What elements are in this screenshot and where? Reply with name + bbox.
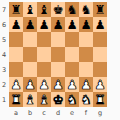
square-e6[interactable]: ♟ [65,17,79,32]
square-b5[interactable] [23,32,37,47]
square-g3[interactable] [93,62,107,77]
piece-white-pawn-d2[interactable]: ♟ [52,77,63,92]
piece-white-rook-g1[interactable]: ♜ [94,92,105,107]
file-label-g: g [93,107,107,118]
piece-black-pawn-g6[interactable]: ♟ [94,17,105,32]
square-c5[interactable] [37,32,51,47]
piece-white-pawn-e2[interactable]: ♟ [66,77,77,92]
square-e5[interactable] [65,32,79,47]
square-f6[interactable]: ♟ [79,17,93,32]
file-label-b: b [23,107,37,118]
square-d7[interactable]: ♚ [51,2,65,17]
square-d6[interactable]: ♟ [51,17,65,32]
piece-white-pawn-c2[interactable]: ♟ [38,77,49,92]
square-g6[interactable]: ♟ [93,17,107,32]
square-d1[interactable]: ♚ [51,92,65,107]
piece-black-pawn-c6[interactable]: ♟ [38,17,49,32]
square-f1[interactable]: ♞ [79,92,93,107]
square-b2[interactable]: ♟ [23,77,37,92]
square-e2[interactable]: ♟ [65,77,79,92]
square-e1[interactable]: ♞ [65,92,79,107]
square-a1[interactable]: ♜ [9,92,23,107]
piece-white-pawn-f2[interactable]: ♟ [80,77,91,92]
piece-white-rook-a1[interactable]: ♜ [10,92,21,107]
rank-label-3: 3 [0,62,8,77]
square-a5[interactable] [9,32,23,47]
square-d4[interactable] [51,47,65,62]
piece-white-pawn-b2[interactable]: ♟ [24,77,35,92]
rank-label-2: 2 [0,77,8,92]
square-d5[interactable] [51,32,65,47]
file-label-c: c [37,107,51,118]
square-c1[interactable]: ♝ [37,92,51,107]
piece-white-king-d1[interactable]: ♚ [52,92,63,107]
square-a3[interactable] [9,62,23,77]
square-g7[interactable]: ♜ [93,2,107,17]
file-labels: abcdefg [9,107,107,118]
piece-white-pawn-g2[interactable]: ♟ [94,77,105,92]
square-d3[interactable] [51,62,65,77]
square-f7[interactable]: ♞ [79,2,93,17]
piece-black-pawn-a6[interactable]: ♟ [10,17,21,32]
piece-black-king-d7[interactable]: ♚ [52,2,63,17]
file-label-a: a [9,107,23,118]
square-d2[interactable]: ♟ [51,77,65,92]
square-e4[interactable] [65,47,79,62]
square-c2[interactable]: ♟ [37,77,51,92]
rank-label-1: 1 [0,92,8,107]
square-c6[interactable]: ♟ [37,17,51,32]
piece-black-bishop-b7[interactable]: ♝ [24,2,35,17]
square-a4[interactable] [9,47,23,62]
square-c7[interactable]: ♝ [37,2,51,17]
square-b3[interactable] [23,62,37,77]
square-c4[interactable] [37,47,51,62]
square-a6[interactable]: ♟ [9,17,23,32]
square-g5[interactable] [93,32,107,47]
square-b7[interactable]: ♝ [23,2,37,17]
file-label-f: f [79,107,93,118]
square-g4[interactable] [93,47,107,62]
piece-black-pawn-d6[interactable]: ♟ [52,17,63,32]
rank-label-5: 5 [0,32,8,47]
file-label-e: e [65,107,79,118]
square-f5[interactable] [79,32,93,47]
square-e7[interactable]: ♞ [65,2,79,17]
square-b6[interactable]: ♟ [23,17,37,32]
square-b1[interactable]: ♝ [23,92,37,107]
square-e3[interactable] [65,62,79,77]
file-label-d: d [51,107,65,118]
rank-labels: 7654321 [0,2,8,107]
square-g1[interactable]: ♜ [93,92,107,107]
piece-black-pawn-b6[interactable]: ♟ [24,17,35,32]
piece-white-knight-e1[interactable]: ♞ [66,92,77,107]
piece-black-rook-g7[interactable]: ♜ [94,2,105,17]
chess-diagram: 7654321 ♜♝♝♚♞♞♜♟♟♟♟♟♟♟♟♟♟♟♟♟♟♜♝♝♚♞♞♜ abc… [0,0,120,120]
square-f4[interactable] [79,47,93,62]
rank-label-4: 4 [0,47,8,62]
square-a7[interactable]: ♜ [9,2,23,17]
square-a2[interactable]: ♟ [9,77,23,92]
chess-board: ♜♝♝♚♞♞♜♟♟♟♟♟♟♟♟♟♟♟♟♟♟♜♝♝♚♞♞♜ [9,2,107,107]
square-f2[interactable]: ♟ [79,77,93,92]
piece-white-pawn-a2[interactable]: ♟ [10,77,21,92]
piece-black-knight-f7[interactable]: ♞ [80,2,91,17]
rank-label-7: 7 [0,2,8,17]
piece-black-bishop-c7[interactable]: ♝ [38,2,49,17]
piece-black-rook-a7[interactable]: ♜ [10,2,21,17]
square-g2[interactable]: ♟ [93,77,107,92]
piece-black-pawn-e6[interactable]: ♟ [66,17,77,32]
piece-white-bishop-c1[interactable]: ♝ [38,92,49,107]
piece-black-pawn-f6[interactable]: ♟ [80,17,91,32]
square-f3[interactable] [79,62,93,77]
square-b4[interactable] [23,47,37,62]
piece-white-knight-f1[interactable]: ♞ [80,92,91,107]
rank-label-6: 6 [0,17,8,32]
square-c3[interactable] [37,62,51,77]
piece-white-bishop-b1[interactable]: ♝ [24,92,35,107]
piece-black-knight-e7[interactable]: ♞ [66,2,77,17]
